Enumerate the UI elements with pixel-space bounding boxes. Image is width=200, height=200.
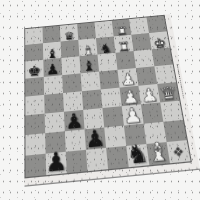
piece-white-pawn-g4: ♟ (140, 86, 159, 106)
square-h8 (146, 16, 166, 33)
square-d2: ♟ (85, 127, 107, 149)
piece-black-pawn-b6: ♟ (46, 62, 60, 77)
square-b3 (45, 112, 65, 133)
square-a3 (25, 114, 45, 135)
piece-black-knight-e7: ♞ (99, 42, 112, 55)
square-b1: ♟ (46, 152, 67, 175)
square-d6: ♝ (79, 55, 99, 74)
square-a5 (25, 77, 44, 97)
piece-white-pawn-f3: ♟ (122, 104, 143, 126)
square-h4: ♛ (157, 82, 179, 102)
square-h7: ♚ (149, 31, 170, 49)
square-b5 (44, 75, 63, 95)
square-a1 (26, 154, 47, 177)
square-e2 (104, 126, 126, 148)
square-a6: ♚ (25, 60, 43, 79)
square-d8 (77, 22, 96, 39)
piece-white-rook-f8: ♜ (116, 25, 128, 37)
square-e7: ♞ (96, 36, 116, 54)
square-b8 (43, 26, 61, 43)
square-d4 (82, 89, 103, 109)
square-b6: ♟ (43, 58, 62, 77)
square-c1 (66, 150, 88, 173)
square-d7: ♝ (78, 38, 97, 56)
piece-black-king-a6: ♚ (28, 64, 42, 79)
square-e5 (99, 70, 119, 90)
piece-black-queen-c8: ♛ (63, 30, 74, 42)
piece-black-pawn-c3: ♟ (64, 110, 84, 132)
square-c6 (61, 56, 80, 75)
piece-white-king-h7: ♚ (153, 37, 167, 50)
square-e8 (94, 21, 113, 38)
square-a2 (25, 133, 45, 155)
chessboard-photo: ♛♜♝♝♞♜♚♚♟♝♟♟♟♛♟♟♟♟♞♝❖ (0, 0, 200, 200)
piece-black-bishop-d6: ♝ (82, 59, 97, 74)
square-g1: ♝ (146, 142, 170, 165)
piece-white-queen-h4: ♛ (159, 84, 179, 104)
square-a7 (25, 43, 43, 61)
square-d5 (81, 72, 101, 92)
square-h3 (160, 101, 183, 122)
square-f8: ♜ (112, 19, 131, 36)
piece-black-pawn-b1: ♟ (45, 148, 68, 176)
piece-white-bishop-d7: ♝ (82, 44, 95, 57)
piece-black-pawn-d2: ♟ (84, 126, 106, 151)
square-g4: ♟ (138, 84, 160, 104)
board-logo: ❖ (172, 145, 186, 160)
square-f3: ♟ (122, 104, 144, 125)
square-b4 (44, 93, 64, 114)
square-c5 (62, 73, 82, 93)
board-grid: ♛♜♝♝♞♜♚♚♟♝♟♟♟♛♟♟♟♟♞♝❖ (24, 15, 192, 179)
square-c8: ♛ (60, 24, 78, 41)
piece-white-rook-f7: ♜ (117, 40, 130, 53)
square-e4 (101, 88, 122, 108)
square-e3 (102, 106, 123, 127)
piece-black-bishop-b7: ♝ (46, 47, 58, 60)
square-b7: ♝ (43, 42, 61, 60)
square-a4 (25, 95, 44, 116)
square-a8 (25, 27, 43, 45)
board-mat: ♛♜♝♝♞♜♚♚♟♝♟♟♟♛♟♟♟♟♞♝❖ (24, 14, 200, 186)
piece-white-bishop-g1: ♝ (145, 139, 171, 167)
square-c3: ♟ (64, 110, 85, 131)
